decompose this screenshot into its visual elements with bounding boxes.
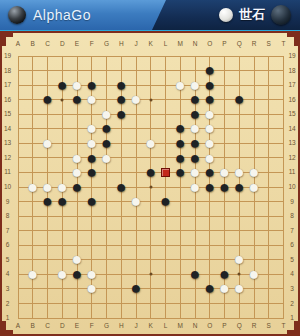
board-point-A14[interactable]	[11, 121, 26, 136]
black-stone: ●	[219, 179, 230, 194]
board-point-O2[interactable]	[202, 296, 217, 311]
board-point-H10[interactable]: ●	[114, 180, 129, 195]
board-point-E16[interactable]: ●	[70, 92, 85, 107]
board-point-J13[interactable]	[129, 136, 144, 151]
board-point-C3[interactable]	[40, 281, 55, 296]
board-point-C4[interactable]	[40, 267, 55, 282]
board-point-F7[interactable]	[84, 223, 99, 238]
board-point-T15[interactable]	[276, 107, 291, 122]
board-point-P8[interactable]	[217, 209, 232, 224]
board-point-K2[interactable]	[143, 296, 158, 311]
board-point-O9[interactable]	[202, 194, 217, 209]
board-point-P9[interactable]	[217, 194, 232, 209]
board-point-P16[interactable]	[217, 92, 232, 107]
board-point-D7[interactable]	[55, 223, 70, 238]
board-point-T4[interactable]	[276, 267, 291, 282]
board-point-G18[interactable]	[99, 63, 114, 78]
board-point-D8[interactable]	[55, 209, 70, 224]
board-point-C12[interactable]	[40, 151, 55, 166]
board-point-Q10[interactable]: ●	[232, 180, 247, 195]
board-point-A3[interactable]	[11, 281, 26, 296]
board-point-Q8[interactable]	[232, 209, 247, 224]
board-point-S5[interactable]	[261, 252, 276, 267]
board-point-G12[interactable]: ●	[99, 151, 114, 166]
board-point-R3[interactable]	[247, 281, 262, 296]
board-point-S12[interactable]	[261, 151, 276, 166]
white-stone: ●	[190, 179, 201, 194]
board-point-N6[interactable]	[188, 238, 203, 253]
board-point-Q2[interactable]	[232, 296, 247, 311]
board-point-O1[interactable]	[202, 311, 217, 326]
board-point-R16[interactable]	[247, 92, 262, 107]
board-point-T10[interactable]	[276, 180, 291, 195]
board-point-J3[interactable]: ●	[129, 281, 144, 296]
board-point-Q1[interactable]	[232, 311, 247, 326]
board-point-P2[interactable]	[217, 296, 232, 311]
board-point-S1[interactable]	[261, 311, 276, 326]
board-point-Q7[interactable]	[232, 223, 247, 238]
board-point-A17[interactable]	[11, 78, 26, 93]
board-point-D6[interactable]	[55, 238, 70, 253]
board-point-H6[interactable]	[114, 238, 129, 253]
board-point-G7[interactable]	[99, 223, 114, 238]
board-point-K5[interactable]	[143, 252, 158, 267]
board-point-P17[interactable]	[217, 78, 232, 93]
board-point-P18[interactable]	[217, 63, 232, 78]
board-point-T11[interactable]	[276, 165, 291, 180]
board-point-C7[interactable]	[40, 223, 55, 238]
board-point-A15[interactable]	[11, 107, 26, 122]
board-point-F19[interactable]	[84, 49, 99, 64]
board-point-M5[interactable]	[173, 252, 188, 267]
board-point-Q9[interactable]	[232, 194, 247, 209]
board-point-S17[interactable]	[261, 78, 276, 93]
board-point-A10[interactable]	[11, 180, 26, 195]
board-point-P6[interactable]	[217, 238, 232, 253]
board-point-C15[interactable]	[40, 107, 55, 122]
board-point-P10[interactable]: ●	[217, 180, 232, 195]
board-point-P19[interactable]	[217, 49, 232, 64]
board-point-M8[interactable]	[173, 209, 188, 224]
board-point-F9[interactable]: ●	[84, 194, 99, 209]
board-point-R18[interactable]	[247, 63, 262, 78]
board-point-F11[interactable]: ●	[84, 165, 99, 180]
black-stone: ●	[86, 194, 97, 209]
board-point-P15[interactable]	[217, 107, 232, 122]
board-point-D3[interactable]	[55, 281, 70, 296]
board-point-T13[interactable]	[276, 136, 291, 151]
board-point-N19[interactable]	[188, 49, 203, 64]
board-point-T17[interactable]	[276, 78, 291, 93]
board-point-E8[interactable]	[70, 209, 85, 224]
board-point-K11[interactable]: ●	[143, 165, 158, 180]
board-point-M17[interactable]: ●	[173, 78, 188, 93]
board-point-F8[interactable]	[84, 209, 99, 224]
black-stone: ●	[116, 106, 127, 121]
board-point-D13[interactable]	[55, 136, 70, 151]
board-point-E15[interactable]	[70, 107, 85, 122]
board-point-D16[interactable]	[55, 92, 70, 107]
board-point-C5[interactable]	[40, 252, 55, 267]
board-point-A6[interactable]	[11, 238, 26, 253]
board-point-G5[interactable]	[99, 252, 114, 267]
board-point-S19[interactable]	[261, 49, 276, 64]
board-point-N10[interactable]: ●	[188, 180, 203, 195]
board-point-B19[interactable]	[25, 49, 40, 64]
board-point-R1[interactable]	[247, 311, 262, 326]
board-point-G3[interactable]	[99, 281, 114, 296]
board-point-T19[interactable]	[276, 49, 291, 64]
board-point-K4[interactable]	[143, 267, 158, 282]
board-point-H1[interactable]	[114, 311, 129, 326]
board-point-H3[interactable]	[114, 281, 129, 296]
go-board: AABBCCDDEEFFGGHHJJKKLLMMNNOOPPQQRRSSTT19…	[0, 31, 300, 336]
board-point-S9[interactable]	[261, 194, 276, 209]
board-point-S7[interactable]	[261, 223, 276, 238]
board-point-P13[interactable]	[217, 136, 232, 151]
board-point-A5[interactable]	[11, 252, 26, 267]
black-stone: ●	[145, 165, 156, 180]
board-point-G9[interactable]	[99, 194, 114, 209]
board-point-K18[interactable]	[143, 63, 158, 78]
black-stone: ●	[72, 92, 83, 107]
board-point-S6[interactable]	[261, 238, 276, 253]
board-point-F3[interactable]: ●	[84, 281, 99, 296]
board-point-B2[interactable]	[25, 296, 40, 311]
board-point-B8[interactable]	[25, 209, 40, 224]
board-point-G6[interactable]	[99, 238, 114, 253]
board-point-G4[interactable]	[99, 267, 114, 282]
board-point-N3[interactable]	[188, 281, 203, 296]
board-point-H4[interactable]	[114, 267, 129, 282]
coord-label-top: N	[193, 40, 198, 47]
board-point-L8[interactable]	[158, 209, 173, 224]
board-point-E1[interactable]	[70, 311, 85, 326]
board-point-B4[interactable]: ●	[25, 267, 40, 282]
board-point-B18[interactable]	[25, 63, 40, 78]
board-point-E7[interactable]	[70, 223, 85, 238]
board-point-H7[interactable]	[114, 223, 129, 238]
board-point-J11[interactable]	[129, 165, 144, 180]
board-point-A12[interactable]	[11, 151, 26, 166]
board-point-S16[interactable]	[261, 92, 276, 107]
board-point-L5[interactable]	[158, 252, 173, 267]
board-point-R8[interactable]	[247, 209, 262, 224]
board-point-C18[interactable]	[40, 63, 55, 78]
board-point-J15[interactable]	[129, 107, 144, 122]
board-point-H9[interactable]	[114, 194, 129, 209]
board-point-J8[interactable]	[129, 209, 144, 224]
board-point-J14[interactable]	[129, 121, 144, 136]
board-point-N4[interactable]: ●	[188, 267, 203, 282]
board-point-H14[interactable]	[114, 121, 129, 136]
board-point-J18[interactable]	[129, 63, 144, 78]
coord-label-top: M	[178, 40, 183, 47]
board-point-M19[interactable]	[173, 49, 188, 64]
board-point-A9[interactable]	[11, 194, 26, 209]
board-point-M10[interactable]	[173, 180, 188, 195]
board-point-G1[interactable]	[99, 311, 114, 326]
board-point-A18[interactable]	[11, 63, 26, 78]
board-point-K16[interactable]	[143, 92, 158, 107]
coord-label-top: T	[282, 40, 286, 47]
board-point-C9[interactable]: ●	[40, 194, 55, 209]
coord-label-top: G	[104, 40, 109, 47]
board-point-K10[interactable]	[143, 180, 158, 195]
board-point-T12[interactable]	[276, 151, 291, 166]
board-point-T6[interactable]	[276, 238, 291, 253]
board-point-N8[interactable]	[188, 209, 203, 224]
board-point-L16[interactable]	[158, 92, 173, 107]
board-point-E2[interactable]	[70, 296, 85, 311]
board-point-S14[interactable]	[261, 121, 276, 136]
board-point-L11[interactable]	[158, 165, 173, 180]
board-point-J5[interactable]	[129, 252, 144, 267]
board-point-N2[interactable]	[188, 296, 203, 311]
board-point-B10[interactable]: ●	[25, 180, 40, 195]
board-point-Q13[interactable]	[232, 136, 247, 151]
white-stone: ●	[86, 92, 97, 107]
board-point-K6[interactable]	[143, 238, 158, 253]
board-point-E3[interactable]	[70, 281, 85, 296]
board-point-E14[interactable]	[70, 121, 85, 136]
board-point-C1[interactable]	[40, 311, 55, 326]
board-point-D12[interactable]	[55, 151, 70, 166]
board-point-L18[interactable]	[158, 63, 173, 78]
board-point-M9[interactable]	[173, 194, 188, 209]
board-point-R15[interactable]	[247, 107, 262, 122]
board-point-D17[interactable]: ●	[55, 78, 70, 93]
board-point-M7[interactable]	[173, 223, 188, 238]
board-point-N7[interactable]	[188, 223, 203, 238]
board-point-Q18[interactable]	[232, 63, 247, 78]
board-point-M6[interactable]	[173, 238, 188, 253]
board-point-M11[interactable]: ●	[173, 165, 188, 180]
board-point-Q15[interactable]	[232, 107, 247, 122]
black-stone: ●	[57, 194, 68, 209]
board-point-G19[interactable]	[99, 49, 114, 64]
board-point-L6[interactable]	[158, 238, 173, 253]
board-point-H8[interactable]	[114, 209, 129, 224]
board-point-Q19[interactable]	[232, 49, 247, 64]
board-point-M1[interactable]	[173, 311, 188, 326]
board-point-S2[interactable]	[261, 296, 276, 311]
board-point-P7[interactable]	[217, 223, 232, 238]
board-point-L19[interactable]	[158, 49, 173, 64]
board-point-M16[interactable]	[173, 92, 188, 107]
board-point-P3[interactable]: ●	[217, 281, 232, 296]
board-point-S15[interactable]	[261, 107, 276, 122]
board-point-H19[interactable]	[114, 49, 129, 64]
board-point-O5[interactable]	[202, 252, 217, 267]
board-point-L17[interactable]	[158, 78, 173, 93]
board-point-E9[interactable]	[70, 194, 85, 209]
board-point-L7[interactable]	[158, 223, 173, 238]
board-point-J2[interactable]	[129, 296, 144, 311]
board-point-T14[interactable]	[276, 121, 291, 136]
board-point-T18[interactable]	[276, 63, 291, 78]
board-point-L14[interactable]	[158, 121, 173, 136]
board-point-K1[interactable]	[143, 311, 158, 326]
board-point-L4[interactable]	[158, 267, 173, 282]
board-point-N9[interactable]	[188, 194, 203, 209]
board-point-S11[interactable]	[261, 165, 276, 180]
board-point-H15[interactable]: ●	[114, 107, 129, 122]
board-point-R19[interactable]	[247, 49, 262, 64]
board-point-T16[interactable]	[276, 92, 291, 107]
board-point-K8[interactable]	[143, 209, 158, 224]
board-point-L2[interactable]	[158, 296, 173, 311]
black-stone-icon	[8, 6, 26, 24]
board-point-J7[interactable]	[129, 223, 144, 238]
board-point-Q16[interactable]: ●	[232, 92, 247, 107]
board-point-J6[interactable]	[129, 238, 144, 253]
board-point-B1[interactable]	[25, 311, 40, 326]
board-point-R13[interactable]	[247, 136, 262, 151]
board-point-P1[interactable]	[217, 311, 232, 326]
board-point-B14[interactable]	[25, 121, 40, 136]
board-point-B17[interactable]	[25, 78, 40, 93]
black-stone: ●	[72, 266, 83, 281]
board-point-C13[interactable]: ●	[40, 136, 55, 151]
board-point-O8[interactable]	[202, 209, 217, 224]
board-point-L15[interactable]	[158, 107, 173, 122]
board-point-M2[interactable]	[173, 296, 188, 311]
board-point-O6[interactable]	[202, 238, 217, 253]
board-point-T8[interactable]	[276, 209, 291, 224]
board-point-S18[interactable]	[261, 63, 276, 78]
board-point-J12[interactable]	[129, 151, 144, 166]
board-point-J16[interactable]: ●	[129, 92, 144, 107]
board-point-G8[interactable]	[99, 209, 114, 224]
board-point-L3[interactable]	[158, 281, 173, 296]
board-point-A7[interactable]	[11, 223, 26, 238]
board-point-K19[interactable]	[143, 49, 158, 64]
board-point-S8[interactable]	[261, 209, 276, 224]
board-point-A19[interactable]	[11, 49, 26, 64]
board-point-E10[interactable]: ●	[70, 180, 85, 195]
board-point-S4[interactable]	[261, 267, 276, 282]
board-point-J19[interactable]	[129, 49, 144, 64]
white-stone: ●	[219, 281, 230, 296]
board-point-A4[interactable]	[11, 267, 26, 282]
board-point-R14[interactable]	[247, 121, 262, 136]
board-point-B13[interactable]	[25, 136, 40, 151]
board-point-F2[interactable]	[84, 296, 99, 311]
board-point-T5[interactable]	[276, 252, 291, 267]
board-point-H2[interactable]	[114, 296, 129, 311]
board-point-F16[interactable]: ●	[84, 92, 99, 107]
board-point-T7[interactable]	[276, 223, 291, 238]
board-point-L13[interactable]	[158, 136, 173, 151]
board-point-A13[interactable]	[11, 136, 26, 151]
board-point-S10[interactable]	[261, 180, 276, 195]
board-point-H5[interactable]	[114, 252, 129, 267]
board-point-F6[interactable]	[84, 238, 99, 253]
board-point-A8[interactable]	[11, 209, 26, 224]
board-point-G11[interactable]	[99, 165, 114, 180]
board-point-R2[interactable]	[247, 296, 262, 311]
board-point-B7[interactable]	[25, 223, 40, 238]
board-point-D1[interactable]	[55, 311, 70, 326]
board-point-G2[interactable]	[99, 296, 114, 311]
board-point-D14[interactable]	[55, 121, 70, 136]
board-point-S3[interactable]	[261, 281, 276, 296]
board-point-H12[interactable]	[114, 151, 129, 166]
board-point-M3[interactable]	[173, 281, 188, 296]
board-point-A16[interactable]	[11, 92, 26, 107]
board-point-T9[interactable]	[276, 194, 291, 209]
board-point-E19[interactable]	[70, 49, 85, 64]
board-point-A2[interactable]	[11, 296, 26, 311]
board-point-L12[interactable]	[158, 151, 173, 166]
board-point-K17[interactable]	[143, 78, 158, 93]
board-point-O7[interactable]	[202, 223, 217, 238]
board-point-F1[interactable]	[84, 311, 99, 326]
board-point-E4[interactable]: ●	[70, 267, 85, 282]
board-point-T2[interactable]	[276, 296, 291, 311]
board-point-C6[interactable]	[40, 238, 55, 253]
board-point-C19[interactable]	[40, 49, 55, 64]
board-point-R9[interactable]	[247, 194, 262, 209]
board-point-N1[interactable]	[188, 311, 203, 326]
board-point-B15[interactable]	[25, 107, 40, 122]
board-point-K9[interactable]	[143, 194, 158, 209]
board-point-G17[interactable]	[99, 78, 114, 93]
board-point-Q5[interactable]: ●	[232, 252, 247, 267]
board-point-B16[interactable]	[25, 92, 40, 107]
board-point-M4[interactable]	[173, 267, 188, 282]
board-point-R10[interactable]: ●	[247, 180, 262, 195]
board-point-D2[interactable]	[55, 296, 70, 311]
board-point-K13[interactable]: ●	[143, 136, 158, 151]
board-point-T3[interactable]	[276, 281, 291, 296]
board-point-Q14[interactable]	[232, 121, 247, 136]
board-point-R4[interactable]: ●	[247, 267, 262, 282]
board-point-D19[interactable]	[55, 49, 70, 64]
board-point-H13[interactable]	[114, 136, 129, 151]
board-point-P14[interactable]	[217, 121, 232, 136]
board-point-B3[interactable]	[25, 281, 40, 296]
board-point-C16[interactable]: ●	[40, 92, 55, 107]
board-point-D15[interactable]	[55, 107, 70, 122]
board-point-O3[interactable]: ●	[202, 281, 217, 296]
board-point-J9[interactable]: ●	[129, 194, 144, 209]
board-point-R17[interactable]	[247, 78, 262, 93]
board-point-Q3[interactable]: ●	[232, 281, 247, 296]
board-point-D4[interactable]: ●	[55, 267, 70, 282]
board-point-B12[interactable]	[25, 151, 40, 166]
board-point-B6[interactable]	[25, 238, 40, 253]
board-point-K3[interactable]	[143, 281, 158, 296]
board-point-C8[interactable]	[40, 209, 55, 224]
board-point-J1[interactable]	[129, 311, 144, 326]
board-point-G10[interactable]	[99, 180, 114, 195]
white-stone: ●	[131, 92, 142, 107]
board-point-A11[interactable]	[11, 165, 26, 180]
board-point-R7[interactable]	[247, 223, 262, 238]
board-point-B9[interactable]	[25, 194, 40, 209]
board-point-K7[interactable]	[143, 223, 158, 238]
board-point-L1[interactable]	[158, 311, 173, 326]
board-point-O10[interactable]: ●	[202, 180, 217, 195]
board-point-S13[interactable]	[261, 136, 276, 151]
board-point-D9[interactable]: ●	[55, 194, 70, 209]
board-point-R6[interactable]	[247, 238, 262, 253]
board-point-C2[interactable]	[40, 296, 55, 311]
board-point-L9[interactable]: ●	[158, 194, 173, 209]
board-point-K15[interactable]	[143, 107, 158, 122]
